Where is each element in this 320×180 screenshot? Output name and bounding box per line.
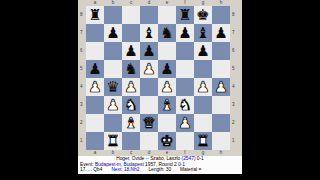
square-d1	[140, 132, 158, 150]
black-pawn: ♟	[140, 42, 158, 60]
last-move: 17. ... Qb4	[80, 167, 102, 173]
black-rook: ♜	[176, 6, 194, 24]
square-g6: ♟	[194, 42, 212, 60]
black-queen: ♛	[104, 78, 122, 96]
square-f6	[176, 42, 194, 60]
rank-label-8: 8	[80, 6, 83, 24]
square-a5: ♟	[86, 60, 104, 78]
square-e5: ♟	[158, 60, 176, 78]
move-status-line: 17. ... Qb4 Next: 18.Nh2 Length: 30 Mate…	[78, 167, 242, 173]
black-player-name: Szabo, Laszlo	[150, 156, 180, 161]
white-rook: ♜	[104, 132, 122, 150]
square-e8	[158, 6, 176, 24]
board: ♜♜♚♟♝♞♟♝♟♟♟♟♟♞♟♟♟♛♟♟♟♟♟♞♝♞♝♛♟♜♚♜	[86, 6, 230, 150]
square-h4: ♟	[212, 78, 230, 96]
white-bishop: ♝	[158, 96, 176, 114]
board-frame: ♜♜♚♟♝♞♟♝♟♟♟♟♟♞♟♟♟♛♟♟♟♟♟♞♝♞♝♛♟♜♚♜ abcdefg…	[78, 0, 242, 156]
white-knight: ♞	[122, 96, 140, 114]
square-d6: ♟	[140, 42, 158, 60]
square-h1	[212, 132, 230, 150]
rank-label-7: 7	[80, 24, 83, 42]
square-a8: ♜	[86, 6, 104, 24]
square-c7	[122, 24, 140, 42]
square-f7: ♟	[176, 24, 194, 42]
black-bishop: ♝	[194, 24, 212, 42]
square-d4	[140, 78, 158, 96]
file-label-d: d	[140, 0, 158, 6]
square-e3: ♝	[158, 96, 176, 114]
event-link: Budapest-m, Budapest	[95, 162, 144, 167]
square-c1	[122, 132, 140, 150]
white-player-name: Hoger, Ovide	[116, 156, 144, 161]
square-f3: ♞	[176, 96, 194, 114]
square-g3	[194, 96, 212, 114]
game-info-panel: Hoger, Ovide -- Szabo, Laszlo (2547) 0-1…	[78, 156, 242, 174]
game-length: Length: 30	[148, 167, 171, 173]
black-knight: ♞	[158, 24, 176, 42]
rank-label-3: 3	[80, 96, 83, 114]
square-c8	[122, 6, 140, 24]
square-d3	[140, 96, 158, 114]
square-c3: ♞	[122, 96, 140, 114]
black-king: ♚	[194, 6, 212, 24]
black-knight: ♞	[122, 60, 140, 78]
black-pawn: ♟	[104, 24, 122, 42]
rank-label-3: 3	[232, 96, 235, 114]
white-rook: ♜	[194, 132, 212, 150]
rank-label-8: 8	[232, 6, 235, 24]
square-a4: ♟	[86, 78, 104, 96]
black-pawn: ♟	[176, 24, 194, 42]
square-a7	[86, 24, 104, 42]
white-pawn: ♟	[104, 96, 122, 114]
file-label-f: f	[176, 0, 194, 6]
square-d7: ♝	[140, 24, 158, 42]
rank-label-1: 1	[232, 132, 235, 150]
white-king: ♚	[158, 132, 176, 150]
square-d2: ♛	[140, 114, 158, 132]
white-queen: ♛	[140, 114, 158, 132]
square-d8	[140, 6, 158, 24]
white-pawn: ♟	[176, 114, 194, 132]
file-label-e: e	[158, 0, 176, 6]
square-b3: ♟	[104, 96, 122, 114]
rank-label-4: 4	[232, 78, 235, 96]
chess-window: ♜♜♚♟♝♞♟♝♟♟♟♟♟♞♟♟♟♛♟♟♟♟♟♞♝♞♝♛♟♜♚♜ abcdefg…	[78, 0, 242, 180]
square-b6	[104, 42, 122, 60]
square-e7: ♞	[158, 24, 176, 42]
square-f8: ♜	[176, 6, 194, 24]
square-d5: ♟	[140, 60, 158, 78]
rank-label-6: 6	[80, 42, 83, 60]
square-b2	[104, 114, 122, 132]
square-g7: ♝	[194, 24, 212, 42]
square-h3	[212, 96, 230, 114]
black-pawn: ♟	[122, 42, 140, 60]
file-label-b: b	[104, 0, 122, 6]
players-separator: --	[146, 156, 149, 161]
game-result: 0-1	[197, 156, 204, 161]
rank-label-1: 1	[80, 132, 83, 150]
square-e2	[158, 114, 176, 132]
black-bishop: ♝	[140, 24, 158, 42]
file-label-g: g	[194, 0, 212, 6]
rank-label-4: 4	[80, 78, 83, 96]
square-g2	[194, 114, 212, 132]
file-label-c: c	[122, 0, 140, 6]
square-b4: ♛	[104, 78, 122, 96]
pillarbox-right	[242, 0, 320, 180]
square-h6	[212, 42, 230, 60]
white-pawn: ♟	[122, 78, 140, 96]
event-label: Event:	[80, 162, 94, 167]
square-e1: ♚	[158, 132, 176, 150]
square-f4	[176, 78, 194, 96]
white-pawn: ♟	[140, 60, 158, 78]
rank-label-6: 6	[232, 42, 235, 60]
square-b1: ♜	[104, 132, 122, 150]
square-c5: ♞	[122, 60, 140, 78]
file-label-h: h	[212, 0, 230, 6]
player-rating: (2547)	[182, 156, 196, 161]
square-c4: ♟	[122, 78, 140, 96]
white-pawn: ♟	[158, 78, 176, 96]
rank-label-2: 2	[232, 114, 235, 132]
square-h2	[212, 114, 230, 132]
white-bishop: ♝	[122, 114, 140, 132]
event-result-link: 0-1	[178, 162, 185, 167]
square-e4: ♟	[158, 78, 176, 96]
pillarbox-left	[0, 0, 78, 180]
square-g5	[194, 60, 212, 78]
white-pawn: ♟	[194, 78, 212, 96]
square-f2: ♟	[176, 114, 194, 132]
square-f5	[176, 60, 194, 78]
rank-label-5: 5	[232, 60, 235, 78]
black-pawn: ♟	[212, 24, 230, 42]
square-g8: ♚	[194, 6, 212, 24]
white-pawn: ♟	[212, 78, 230, 96]
square-b8	[104, 6, 122, 24]
square-b7: ♟	[104, 24, 122, 42]
white-pawn: ♟	[86, 78, 104, 96]
square-e6	[158, 42, 176, 60]
rank-label-2: 2	[80, 114, 83, 132]
white-knight: ♞	[176, 96, 194, 114]
rank-label-7: 7	[232, 24, 235, 42]
file-label-a: a	[86, 0, 104, 6]
square-a1	[86, 132, 104, 150]
event-detail: 1957, Round 2	[145, 162, 176, 167]
square-a2	[86, 114, 104, 132]
square-h7: ♟	[212, 24, 230, 42]
black-pawn: ♟	[86, 60, 104, 78]
material-balance: Material =	[180, 167, 201, 173]
square-a3	[86, 96, 104, 114]
square-c2: ♝	[122, 114, 140, 132]
black-pawn: ♟	[158, 60, 176, 78]
square-f1	[176, 132, 194, 150]
square-a6	[86, 42, 104, 60]
square-g1: ♜	[194, 132, 212, 150]
square-h5	[212, 60, 230, 78]
square-h8	[212, 6, 230, 24]
rank-label-5: 5	[80, 60, 83, 78]
square-c6: ♟	[122, 42, 140, 60]
square-g4: ♟	[194, 78, 212, 96]
black-pawn: ♟	[194, 42, 212, 60]
black-rook: ♜	[86, 6, 104, 24]
next-move: Next: 18.Nh2	[111, 167, 139, 173]
square-b5	[104, 60, 122, 78]
